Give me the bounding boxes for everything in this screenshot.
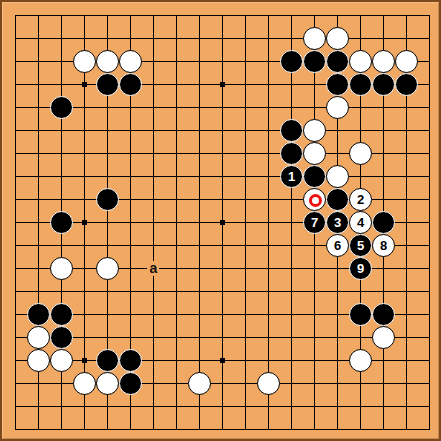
- stone-black: [27, 303, 50, 326]
- stone-white: [372, 50, 395, 73]
- grid-line-horizontal: [15, 406, 431, 407]
- stone-black: [96, 73, 119, 96]
- stone-black: [303, 165, 326, 188]
- stone-black: [119, 73, 142, 96]
- move-number-label: 5: [357, 239, 364, 252]
- stone-white: [372, 326, 395, 349]
- stone-white: [326, 165, 349, 188]
- stone-white: [96, 50, 119, 73]
- star-point: [220, 358, 225, 363]
- grid-line-vertical: [245, 15, 246, 431]
- grid-line-vertical: [268, 15, 269, 431]
- stone-white: [349, 142, 372, 165]
- stone-white: [326, 27, 349, 50]
- move-number-label: 3: [334, 216, 341, 229]
- stone-black: [50, 211, 73, 234]
- stone-black: [349, 73, 372, 96]
- stone-white: [96, 257, 119, 280]
- stone-black-move-3: 3: [326, 211, 349, 234]
- point-label-a: a: [148, 260, 160, 275]
- go-board-diagram: 127346589a: [0, 0, 441, 441]
- stone-white: [96, 372, 119, 395]
- stone-black: [280, 119, 303, 142]
- stone-white: [50, 349, 73, 372]
- move-number-label: 6: [334, 239, 341, 252]
- stone-black: [395, 73, 418, 96]
- stone-white-move-6: 6: [326, 234, 349, 257]
- stone-black: [119, 372, 142, 395]
- stone-black-move-9: 9: [349, 257, 372, 280]
- stone-white: [73, 50, 96, 73]
- stone-black: [372, 303, 395, 326]
- stone-white: [257, 372, 280, 395]
- grid-line-vertical: [429, 15, 430, 431]
- stone-white: [119, 50, 142, 73]
- stone-black: [50, 96, 73, 119]
- move-number-label: 1: [288, 170, 295, 183]
- stone-white: [303, 27, 326, 50]
- stone-white: [303, 188, 326, 211]
- move-number-label: 9: [357, 262, 364, 275]
- stone-white: [27, 326, 50, 349]
- stone-white: [188, 372, 211, 395]
- stone-white: [27, 349, 50, 372]
- stone-white-move-4: 4: [349, 211, 372, 234]
- grid-line-horizontal: [15, 291, 431, 292]
- stone-white: [303, 142, 326, 165]
- move-number-label: 4: [357, 216, 364, 229]
- grid-line-vertical: [291, 15, 292, 431]
- star-point: [82, 220, 87, 225]
- red-circle-marker: [309, 194, 322, 207]
- stone-black: [96, 188, 119, 211]
- stone-black: [303, 50, 326, 73]
- stone-black-move-1: 1: [280, 165, 303, 188]
- stone-black: [372, 211, 395, 234]
- stone-white-move-8: 8: [372, 234, 395, 257]
- stone-white: [50, 257, 73, 280]
- stone-black-move-5: 5: [349, 234, 372, 257]
- stone-black: [50, 326, 73, 349]
- stone-black: [326, 73, 349, 96]
- stone-black: [326, 50, 349, 73]
- goban-grid: 127346589a: [2, 2, 439, 439]
- stone-black: [96, 349, 119, 372]
- star-point: [82, 358, 87, 363]
- stone-white: [349, 349, 372, 372]
- move-number-label: 2: [357, 193, 364, 206]
- stone-black: [326, 188, 349, 211]
- stone-black: [280, 50, 303, 73]
- grid-line-horizontal: [15, 337, 431, 338]
- stone-white: [303, 119, 326, 142]
- stone-black: [372, 73, 395, 96]
- stone-black: [50, 303, 73, 326]
- star-point: [220, 220, 225, 225]
- stone-black: [280, 142, 303, 165]
- star-point: [220, 82, 225, 87]
- stone-black: [349, 303, 372, 326]
- stone-white: [326, 96, 349, 119]
- stone-white: [395, 50, 418, 73]
- grid-line-horizontal: [15, 429, 431, 430]
- move-number-label: 7: [311, 216, 318, 229]
- stone-black-move-7: 7: [303, 211, 326, 234]
- stone-black: [119, 349, 142, 372]
- stone-white: [73, 372, 96, 395]
- move-number-label: 8: [380, 239, 387, 252]
- stone-white: [349, 50, 372, 73]
- stone-white-move-2: 2: [349, 188, 372, 211]
- star-point: [82, 82, 87, 87]
